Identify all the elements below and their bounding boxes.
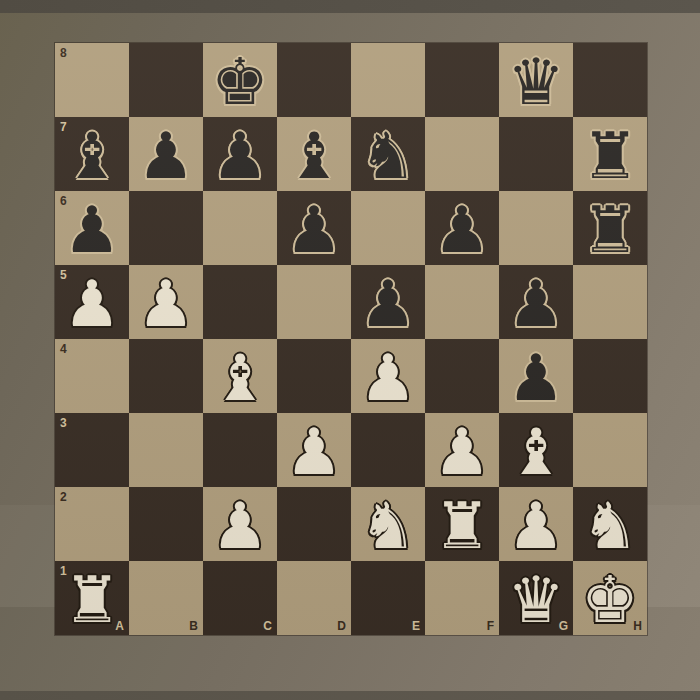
square-c8[interactable]: ♚ [203,43,277,117]
piece-white-pawn-f3[interactable]: ♟ [433,420,490,484]
square-b3[interactable] [129,413,203,487]
square-h3[interactable] [573,413,647,487]
square-h1[interactable]: ♚H [573,561,647,635]
square-b8[interactable] [129,43,203,117]
square-f4[interactable] [425,339,499,413]
piece-black-pawn-g5[interactable]: ♟ [507,272,564,336]
piece-white-knight-h2[interactable]: ♞ [581,494,638,558]
piece-black-king-c8[interactable]: ♚ [211,50,268,114]
piece-white-pawn-a5[interactable]: ♟ [63,272,120,336]
piece-white-king-h1[interactable]: ♚ [581,568,638,632]
square-d1[interactable]: D [277,561,351,635]
piece-black-knight-e7[interactable]: ♞ [359,124,416,188]
square-c5[interactable] [203,265,277,339]
piece-white-rook-f2[interactable]: ♜ [433,494,490,558]
square-c4[interactable]: ♝ [203,339,277,413]
square-h5[interactable] [573,265,647,339]
piece-white-pawn-g2[interactable]: ♟ [507,494,564,558]
square-g5[interactable]: ♟ [499,265,573,339]
square-e4[interactable]: ♟ [351,339,425,413]
piece-white-rook-a1[interactable]: ♜ [63,568,120,632]
piece-black-rook-h7[interactable]: ♜ [581,124,638,188]
square-e7[interactable]: ♞ [351,117,425,191]
square-b6[interactable] [129,191,203,265]
piece-black-pawn-c7[interactable]: ♟ [211,124,268,188]
square-g7[interactable] [499,117,573,191]
square-g8[interactable]: ♛ [499,43,573,117]
square-f2[interactable]: ♜ [425,487,499,561]
bottom-strip [0,691,700,700]
piece-white-bishop-c4[interactable]: ♝ [211,346,268,410]
square-e1[interactable]: E [351,561,425,635]
square-d7[interactable]: ♝ [277,117,351,191]
square-e2[interactable]: ♞ [351,487,425,561]
square-b1[interactable]: B [129,561,203,635]
square-c1[interactable]: C [203,561,277,635]
piece-white-queen-g1[interactable]: ♛ [507,568,564,632]
square-f6[interactable]: ♟ [425,191,499,265]
app-background: 8 ♚ ♛ 7♝ ♟ ♟ ♝ ♞ ♜ 6♟ ♟ ♟ ♜ 5♟ ♟ ♟ ♟ [0,0,700,700]
square-d6[interactable]: ♟ [277,191,351,265]
square-c3[interactable] [203,413,277,487]
square-b2[interactable] [129,487,203,561]
piece-white-bishop-g3[interactable]: ♝ [507,420,564,484]
square-c6[interactable] [203,191,277,265]
square-b7[interactable]: ♟ [129,117,203,191]
square-a6[interactable]: 6♟ [55,191,129,265]
piece-black-pawn-d6[interactable]: ♟ [285,198,342,262]
square-d5[interactable] [277,265,351,339]
piece-black-pawn-g4[interactable]: ♟ [507,346,564,410]
square-g2[interactable]: ♟ [499,487,573,561]
file-label-g: G [559,620,568,632]
square-a4[interactable]: 4 [55,339,129,413]
square-f7[interactable] [425,117,499,191]
piece-white-pawn-c2[interactable]: ♟ [211,494,268,558]
square-h7[interactable]: ♜ [573,117,647,191]
piece-black-pawn-f6[interactable]: ♟ [433,198,490,262]
square-b5[interactable]: ♟ [129,265,203,339]
square-f8[interactable] [425,43,499,117]
file-label-a: A [115,620,124,632]
square-f5[interactable] [425,265,499,339]
piece-black-pawn-b7[interactable]: ♟ [137,124,194,188]
square-f1[interactable]: F [425,561,499,635]
chess-board: 8 ♚ ♛ 7♝ ♟ ♟ ♝ ♞ ♜ 6♟ ♟ ♟ ♜ 5♟ ♟ ♟ ♟ [55,43,647,635]
square-g4[interactable]: ♟ [499,339,573,413]
square-e8[interactable] [351,43,425,117]
top-strip [0,0,700,13]
piece-black-bishop-a7[interactable]: ♝ [63,124,120,188]
file-label-b: B [189,620,198,632]
piece-black-bishop-d7[interactable]: ♝ [285,124,342,188]
rank-label-8: 8 [60,47,67,59]
file-label-c: C [263,620,272,632]
square-a8[interactable]: 8 [55,43,129,117]
rank-label-3: 3 [60,417,67,429]
piece-black-queen-g8[interactable]: ♛ [507,50,564,114]
square-d8[interactable] [277,43,351,117]
piece-black-rook-h6[interactable]: ♜ [581,198,638,262]
square-e6[interactable] [351,191,425,265]
square-g1[interactable]: ♛G [499,561,573,635]
square-d4[interactable] [277,339,351,413]
file-label-e: E [412,620,420,632]
piece-white-pawn-e4[interactable]: ♟ [359,346,416,410]
square-h4[interactable] [573,339,647,413]
square-a3[interactable]: 3 [55,413,129,487]
piece-white-knight-e2[interactable]: ♞ [359,494,416,558]
square-h6[interactable]: ♜ [573,191,647,265]
square-b4[interactable] [129,339,203,413]
piece-white-pawn-d3[interactable]: ♟ [285,420,342,484]
rank-label-4: 4 [60,343,67,355]
file-label-f: F [487,620,494,632]
piece-white-pawn-b5[interactable]: ♟ [137,272,194,336]
square-a7[interactable]: 7♝ [55,117,129,191]
square-e5[interactable]: ♟ [351,265,425,339]
square-h8[interactable] [573,43,647,117]
square-a1[interactable]: 1♜A [55,561,129,635]
square-c7[interactable]: ♟ [203,117,277,191]
square-e3[interactable] [351,413,425,487]
square-d2[interactable] [277,487,351,561]
square-a5[interactable]: 5♟ [55,265,129,339]
square-h2[interactable]: ♞ [573,487,647,561]
square-a2[interactable]: 2 [55,487,129,561]
rank-label-2: 2 [60,491,67,503]
square-d3[interactable]: ♟ [277,413,351,487]
file-label-d: D [337,620,346,632]
square-f3[interactable]: ♟ [425,413,499,487]
square-g3[interactable]: ♝ [499,413,573,487]
square-c2[interactable]: ♟ [203,487,277,561]
piece-black-pawn-a6[interactable]: ♟ [63,198,120,262]
square-g6[interactable] [499,191,573,265]
file-label-h: H [633,620,642,632]
piece-black-pawn-e5[interactable]: ♟ [359,272,416,336]
